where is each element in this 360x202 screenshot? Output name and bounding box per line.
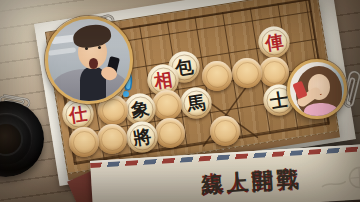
- man-eye: [85, 47, 88, 50]
- piece-ring: [73, 131, 96, 154]
- piece-jiang-black[interactable]: 將: [127, 122, 158, 153]
- piece-ring: [236, 62, 259, 85]
- piece-ma-black[interactable]: 馬: [181, 88, 212, 119]
- man-eye: [98, 46, 101, 49]
- player-photo-man: [45, 16, 133, 104]
- promo-splash: 俥包相帥士馬象仕將: [0, 0, 360, 202]
- piece-face-down[interactable]: [97, 124, 127, 154]
- piece-glyph: 將: [124, 119, 159, 154]
- photo-bg-shelf: [48, 47, 76, 55]
- man-open-mouth: [89, 58, 98, 69]
- piece-ring: [156, 94, 179, 117]
- piece-ju-red[interactable]: 俥: [259, 27, 290, 58]
- man-hair: [71, 22, 112, 50]
- piece-face-down[interactable]: [69, 127, 99, 157]
- piece-ring: [206, 65, 229, 88]
- piece-glyph: 馬: [178, 85, 213, 120]
- piece-face-down[interactable]: [232, 58, 262, 88]
- piece-ring: [101, 128, 124, 151]
- piece-ring: [159, 122, 182, 145]
- piece-face-down[interactable]: [210, 116, 240, 146]
- player-photo-woman: [287, 59, 347, 119]
- piece-glyph: 俥: [256, 24, 291, 59]
- cta-text-dark: 線上開戰: [201, 164, 303, 200]
- piece-face-down[interactable]: [155, 118, 185, 148]
- piece-ring: [102, 99, 125, 122]
- piece-ring: [263, 61, 286, 84]
- piece-ring: [214, 120, 237, 143]
- banner-sketch-decoration: [319, 164, 360, 193]
